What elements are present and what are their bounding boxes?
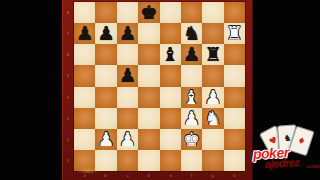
square-c2: ♟: [117, 129, 138, 150]
square-a7: ♟: [74, 23, 95, 44]
rank-label: 2: [64, 132, 72, 147]
rank-label: 8: [64, 5, 72, 20]
square-h6: [224, 44, 245, 65]
pokerajedrez-logo: ♥ ♞ ♦ poker ajedrez .com: [251, 122, 319, 178]
rank-label: 7: [64, 26, 72, 41]
square-h1: [224, 150, 245, 171]
square-f4: ♝: [181, 87, 202, 108]
square-a8: [74, 2, 95, 23]
watermark: [76, 168, 100, 174]
square-h7: ♜: [224, 23, 245, 44]
white-pawn: ♟: [183, 108, 200, 127]
square-c8: [117, 2, 138, 23]
square-c1: [117, 150, 138, 171]
square-a5: [74, 65, 95, 86]
square-g5: [202, 65, 223, 86]
square-d1: [138, 150, 159, 171]
square-d8: ♚: [138, 2, 159, 23]
black-king: ♚: [140, 3, 157, 22]
diamond-suit-icon: ♦: [296, 135, 306, 146]
square-b2: ♟: [95, 129, 116, 150]
square-c6: [117, 44, 138, 65]
square-c5: ♟: [117, 65, 138, 86]
file-label: f: [184, 172, 199, 178]
white-bishop: ♝: [183, 87, 200, 106]
square-c7: ♟: [117, 23, 138, 44]
file-label: c: [120, 172, 135, 178]
square-g8: [202, 2, 223, 23]
square-g7: [202, 23, 223, 44]
square-e7: [160, 23, 181, 44]
black-pawn: ♟: [98, 24, 115, 43]
file-label: g: [205, 172, 220, 178]
square-a4: [74, 87, 95, 108]
square-e4: [160, 87, 181, 108]
file-label: d: [141, 172, 156, 178]
rank-label: 4: [64, 90, 72, 105]
square-a6: [74, 44, 95, 65]
black-pawn: ♟: [119, 66, 136, 85]
square-g1: [202, 150, 223, 171]
file-label: e: [163, 172, 178, 178]
black-pawn: ♟: [119, 24, 136, 43]
square-d6: [138, 44, 159, 65]
square-d7: [138, 23, 159, 44]
white-rook: ♜: [226, 24, 243, 43]
black-rook: ♜: [204, 45, 221, 64]
file-label: b: [99, 172, 114, 178]
square-c3: [117, 108, 138, 129]
square-d5: [138, 65, 159, 86]
square-a3: [74, 108, 95, 129]
square-b7: ♟: [95, 23, 116, 44]
square-h4: [224, 87, 245, 108]
square-d2: [138, 129, 159, 150]
square-b4: [95, 87, 116, 108]
square-b5: [95, 65, 116, 86]
black-pawn: ♟: [183, 45, 200, 64]
white-pawn: ♟: [98, 129, 115, 148]
square-f7: ♞: [181, 23, 202, 44]
square-h2: [224, 129, 245, 150]
square-h5: [224, 65, 245, 86]
square-a2: [74, 129, 95, 150]
square-e1: [160, 150, 181, 171]
chess-board: 8 7 6 5 4 3 2 1 ♚♟♟♟♞♜♝♟♜♟♝♟♟♞♟♟♚ a b c …: [62, 0, 253, 180]
black-bishop: ♝: [162, 45, 179, 64]
square-g2: [202, 129, 223, 150]
white-pawn: ♟: [204, 87, 221, 106]
square-f5: [181, 65, 202, 86]
square-f6: ♟: [181, 44, 202, 65]
square-b8: [95, 2, 116, 23]
square-h3: [224, 108, 245, 129]
square-e5: [160, 65, 181, 86]
square-f3: ♟: [181, 108, 202, 129]
square-c4: [117, 87, 138, 108]
square-b3: [95, 108, 116, 129]
square-d3: [138, 108, 159, 129]
square-e8: [160, 2, 181, 23]
rank-label: 5: [64, 69, 72, 84]
square-e3: [160, 108, 181, 129]
rank-label: 3: [64, 111, 72, 126]
white-knight: ♞: [204, 108, 221, 127]
file-label: h: [227, 172, 242, 178]
rank-label: 6: [64, 47, 72, 62]
rank-label: 1: [64, 153, 72, 168]
white-pawn: ♟: [119, 129, 136, 148]
logo-text-ajedrez: ajedrez: [265, 157, 300, 170]
square-g4: ♟: [202, 87, 223, 108]
square-f1: [181, 150, 202, 171]
square-b6: [95, 44, 116, 65]
white-king: ♚: [183, 129, 200, 148]
board-grid: ♚♟♟♟♞♜♝♟♜♟♝♟♟♞♟♟♚: [74, 2, 245, 171]
rank-labels: 8 7 6 5 4 3 2 1: [62, 2, 74, 171]
black-pawn: ♟: [76, 24, 93, 43]
logo-text-com: .com: [305, 163, 319, 169]
square-e6: ♝: [160, 44, 181, 65]
square-g3: ♞: [202, 108, 223, 129]
square-f2: ♚: [181, 129, 202, 150]
square-e2: [160, 129, 181, 150]
square-h8: [224, 2, 245, 23]
square-f8: [181, 2, 202, 23]
square-g6: ♜: [202, 44, 223, 65]
square-d4: [138, 87, 159, 108]
black-knight: ♞: [183, 24, 200, 43]
